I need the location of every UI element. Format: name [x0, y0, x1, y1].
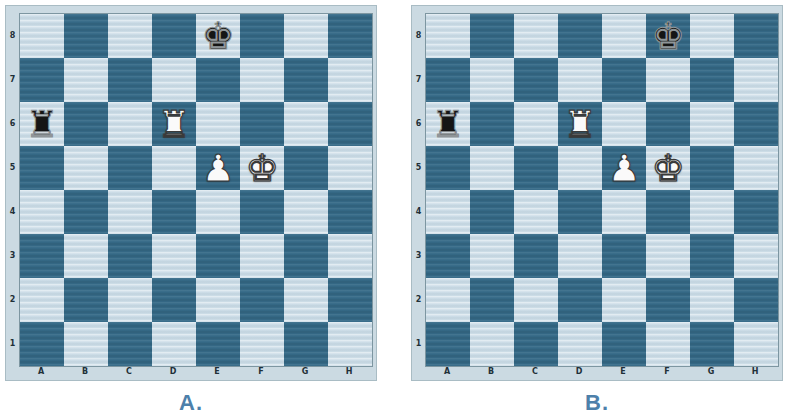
square-b5: [64, 146, 108, 190]
square-c6: [514, 102, 558, 146]
square-h6: [734, 102, 778, 146]
square-h2: [734, 278, 778, 322]
square-h3: [734, 234, 778, 278]
square-c4: [108, 190, 152, 234]
black-king-e8: ♚: [201, 18, 234, 55]
square-f6: [240, 102, 284, 146]
square-a2: [426, 278, 470, 322]
square-c7: [514, 58, 558, 102]
square-h4: [734, 190, 778, 234]
square-g3: [690, 234, 734, 278]
square-e5: ♟: [602, 146, 646, 190]
square-h5: [734, 146, 778, 190]
square-d5: [558, 146, 602, 190]
square-c5: [514, 146, 558, 190]
file-label-a: A: [19, 365, 63, 378]
file-label-c: C: [513, 365, 557, 378]
square-f7: [646, 58, 690, 102]
rank-label-8: 8: [412, 13, 425, 57]
board-frame-a: 87654321♚♜♜♟♚ABCDEFGH: [5, 5, 377, 381]
white-pawn-e5: ♟: [201, 150, 234, 187]
file-labels-b: ABCDEFGH: [425, 365, 777, 378]
square-h1: [328, 322, 372, 366]
square-e5: ♟: [196, 146, 240, 190]
square-f1: [646, 322, 690, 366]
file-label-g: G: [689, 365, 733, 378]
square-d8: [152, 14, 196, 58]
square-e1: [196, 322, 240, 366]
white-king-f5: ♚: [245, 150, 278, 187]
black-king-f8: ♚: [651, 18, 684, 55]
square-e8: [602, 14, 646, 58]
square-d7: [558, 58, 602, 102]
square-c1: [108, 322, 152, 366]
square-e4: [196, 190, 240, 234]
square-d3: [558, 234, 602, 278]
square-f2: [646, 278, 690, 322]
square-c3: [108, 234, 152, 278]
rank-label-3: 3: [412, 233, 425, 277]
file-label-h: H: [733, 365, 777, 378]
rank-label-1: 1: [412, 321, 425, 365]
square-d8: [558, 14, 602, 58]
board-grid-b: ♚♜♜♟♚: [425, 13, 779, 367]
square-g6: [690, 102, 734, 146]
square-a5: [426, 146, 470, 190]
board-grid-a: ♚♜♜♟♚: [19, 13, 373, 367]
square-h7: [328, 58, 372, 102]
square-c4: [514, 190, 558, 234]
file-label-f: F: [239, 365, 283, 378]
square-f4: [646, 190, 690, 234]
square-a1: [20, 322, 64, 366]
square-f6: [646, 102, 690, 146]
corner-spacer-b: [412, 365, 425, 378]
rank-label-5: 5: [6, 145, 19, 189]
square-e6: [196, 102, 240, 146]
square-g2: [284, 278, 328, 322]
square-c1: [514, 322, 558, 366]
rank-label-1: 1: [6, 321, 19, 365]
diagram-row: 87654321♚♜♜♟♚ABCDEFGHA. 87654321♚♜♜♟♚ABC…: [0, 0, 792, 413]
square-e6: [602, 102, 646, 146]
square-e7: [602, 58, 646, 102]
square-h1: [734, 322, 778, 366]
square-b5: [470, 146, 514, 190]
square-f1: [240, 322, 284, 366]
square-c2: [514, 278, 558, 322]
square-c8: [514, 14, 558, 58]
white-king-f5: ♚: [651, 150, 684, 187]
square-b1: [64, 322, 108, 366]
square-a4: [426, 190, 470, 234]
square-d1: [152, 322, 196, 366]
square-b2: [64, 278, 108, 322]
square-g5: [690, 146, 734, 190]
square-a8: [426, 14, 470, 58]
square-b4: [470, 190, 514, 234]
board-label-b: B.: [585, 390, 609, 413]
file-label-f: F: [645, 365, 689, 378]
square-a2: [20, 278, 64, 322]
rank-label-2: 2: [6, 277, 19, 321]
square-f8: ♚: [646, 14, 690, 58]
white-rook-d6: ♜: [563, 106, 596, 143]
square-a7: [20, 58, 64, 102]
file-label-d: D: [151, 365, 195, 378]
board-a: 87654321♚♜♜♟♚ABCDEFGHA.: [5, 5, 377, 413]
square-d4: [558, 190, 602, 234]
square-a3: [426, 234, 470, 278]
square-d1: [558, 322, 602, 366]
square-c2: [108, 278, 152, 322]
square-d6: ♜: [558, 102, 602, 146]
square-b1: [470, 322, 514, 366]
square-b6: [64, 102, 108, 146]
file-label-h: H: [327, 365, 371, 378]
square-c6: [108, 102, 152, 146]
square-d7: [152, 58, 196, 102]
square-b6: [470, 102, 514, 146]
file-label-g: G: [283, 365, 327, 378]
square-a4: [20, 190, 64, 234]
square-b2: [470, 278, 514, 322]
square-g6: [284, 102, 328, 146]
square-c5: [108, 146, 152, 190]
rank-label-4: 4: [6, 189, 19, 233]
rank-label-5: 5: [412, 145, 425, 189]
file-label-d: D: [557, 365, 601, 378]
square-g1: [690, 322, 734, 366]
square-d3: [152, 234, 196, 278]
square-f3: [646, 234, 690, 278]
square-e2: [602, 278, 646, 322]
rank-label-6: 6: [412, 101, 425, 145]
board-b: 87654321♚♜♜♟♚ABCDEFGHB.: [411, 5, 783, 413]
board-inner-b: 87654321♚♜♜♟♚ABCDEFGH: [412, 13, 777, 378]
square-b7: [470, 58, 514, 102]
white-rook-d6: ♜: [157, 106, 190, 143]
white-pawn-e5: ♟: [607, 150, 640, 187]
square-b3: [64, 234, 108, 278]
square-d6: ♜: [152, 102, 196, 146]
rank-label-6: 6: [6, 101, 19, 145]
rank-label-7: 7: [412, 57, 425, 101]
square-d2: [558, 278, 602, 322]
square-b4: [64, 190, 108, 234]
square-f7: [240, 58, 284, 102]
square-e3: [602, 234, 646, 278]
square-e4: [602, 190, 646, 234]
square-a6: ♜: [20, 102, 64, 146]
square-g7: [690, 58, 734, 102]
square-a1: [426, 322, 470, 366]
square-h4: [328, 190, 372, 234]
square-e8: ♚: [196, 14, 240, 58]
rank-label-8: 8: [6, 13, 19, 57]
square-h8: [328, 14, 372, 58]
file-label-b: B: [63, 365, 107, 378]
square-b8: [64, 14, 108, 58]
black-rook-a6: ♜: [25, 106, 58, 143]
rank-labels-a: 87654321: [6, 13, 19, 365]
square-c7: [108, 58, 152, 102]
square-a6: ♜: [426, 102, 470, 146]
file-label-a: A: [425, 365, 469, 378]
file-labels-a: ABCDEFGH: [19, 365, 371, 378]
square-e2: [196, 278, 240, 322]
square-e3: [196, 234, 240, 278]
corner-spacer-a: [6, 365, 19, 378]
square-d5: [152, 146, 196, 190]
square-a5: [20, 146, 64, 190]
file-label-e: E: [195, 365, 239, 378]
black-rook-a6: ♜: [431, 106, 464, 143]
square-g1: [284, 322, 328, 366]
square-e7: [196, 58, 240, 102]
rank-label-7: 7: [6, 57, 19, 101]
rank-label-2: 2: [412, 277, 425, 321]
square-h7: [734, 58, 778, 102]
square-b7: [64, 58, 108, 102]
square-h8: [734, 14, 778, 58]
square-f8: [240, 14, 284, 58]
rank-label-4: 4: [412, 189, 425, 233]
square-g4: [690, 190, 734, 234]
square-h2: [328, 278, 372, 322]
square-f2: [240, 278, 284, 322]
square-d4: [152, 190, 196, 234]
square-g3: [284, 234, 328, 278]
rank-labels-b: 87654321: [412, 13, 425, 365]
square-h5: [328, 146, 372, 190]
square-a8: [20, 14, 64, 58]
square-g8: [284, 14, 328, 58]
square-f5: ♚: [646, 146, 690, 190]
square-h6: [328, 102, 372, 146]
square-f4: [240, 190, 284, 234]
square-c3: [514, 234, 558, 278]
rank-label-3: 3: [6, 233, 19, 277]
square-h3: [328, 234, 372, 278]
square-g5: [284, 146, 328, 190]
board-frame-b: 87654321♚♜♜♟♚ABCDEFGH: [411, 5, 783, 381]
square-f5: ♚: [240, 146, 284, 190]
board-label-a: A.: [179, 390, 203, 413]
square-g4: [284, 190, 328, 234]
square-a7: [426, 58, 470, 102]
file-label-e: E: [601, 365, 645, 378]
square-e1: [602, 322, 646, 366]
file-label-c: C: [107, 365, 151, 378]
board-inner-a: 87654321♚♜♜♟♚ABCDEFGH: [6, 13, 371, 378]
file-label-b: B: [469, 365, 513, 378]
square-g8: [690, 14, 734, 58]
square-a3: [20, 234, 64, 278]
square-b3: [470, 234, 514, 278]
square-g7: [284, 58, 328, 102]
square-f3: [240, 234, 284, 278]
square-b8: [470, 14, 514, 58]
square-g2: [690, 278, 734, 322]
square-c8: [108, 14, 152, 58]
square-d2: [152, 278, 196, 322]
